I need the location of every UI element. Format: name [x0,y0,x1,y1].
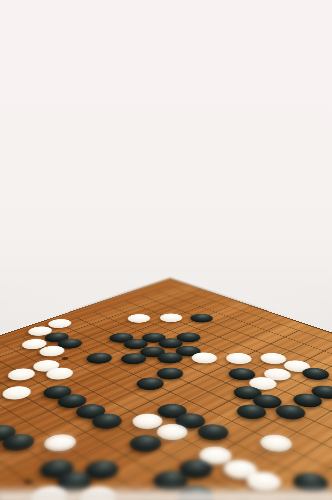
bottom-blur-band [0,490,332,500]
scene [0,0,332,500]
photo-frame [0,0,332,500]
go-board [0,278,332,500]
